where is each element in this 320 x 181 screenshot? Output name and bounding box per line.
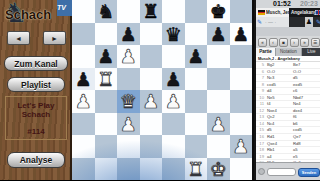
panel-tabs: PartieNotationLive bbox=[256, 48, 320, 56]
white-move[interactable]: O-O bbox=[265, 69, 291, 75]
series-box: Let's Play Schach #114 bbox=[5, 96, 67, 140]
square-d7[interactable] bbox=[140, 23, 163, 46]
white-pawn-d4[interactable]: ♟ bbox=[140, 90, 163, 113]
white-move[interactable]: Ne5 bbox=[265, 95, 291, 101]
white-move[interactable]: Bg2 bbox=[265, 62, 291, 68]
move-number: 6 bbox=[256, 69, 265, 75]
chat-input[interactable] bbox=[267, 168, 296, 176]
black-pawn-icon: ♟ bbox=[305, 17, 313, 27]
move-number: 9 bbox=[256, 88, 265, 94]
black-pawn-e5[interactable]: ♟ bbox=[162, 68, 185, 91]
square-f3[interactable] bbox=[185, 113, 208, 136]
black-move[interactable]: d5 bbox=[291, 75, 320, 81]
chess-board[interactable]: ♞♜♚♟♛♟♟♟♟♟♟♜♟♟♛♟♟♟♟♟♜♚ bbox=[72, 0, 252, 180]
white-pawn-g3[interactable]: ♟ bbox=[207, 113, 230, 136]
square-d3[interactable] bbox=[140, 113, 163, 136]
square-b3[interactable] bbox=[95, 113, 118, 136]
square-c8[interactable] bbox=[117, 0, 140, 23]
square-h1[interactable] bbox=[230, 158, 253, 181]
square-f8[interactable] bbox=[185, 0, 208, 23]
square-f7[interactable] bbox=[185, 23, 208, 46]
move-number: 12 bbox=[256, 108, 265, 114]
black-move[interactable]: Nbd7 bbox=[291, 95, 320, 101]
black-pawn-f6[interactable]: ♟ bbox=[185, 45, 208, 68]
white-move[interactable]: Nc3 bbox=[265, 75, 291, 81]
white-pawn-c3[interactable]: ♟ bbox=[117, 113, 140, 136]
square-h3[interactable] bbox=[230, 113, 253, 136]
black-player-name: Angelakany bbox=[291, 10, 316, 15]
square-b2[interactable] bbox=[95, 135, 118, 158]
square-d6[interactable] bbox=[140, 45, 163, 68]
square-f2[interactable] bbox=[185, 135, 208, 158]
tab-partie[interactable]: Partie bbox=[256, 48, 276, 56]
square-f4[interactable] bbox=[185, 90, 208, 113]
move-number: 8 bbox=[256, 82, 265, 88]
sidebar: ♞ Schach TV ◄ ► Zum Kanal Playlist Let's… bbox=[0, 0, 72, 180]
black-pawn-b6[interactable]: ♟ bbox=[95, 45, 118, 68]
toolbar-button-2[interactable]: ■ bbox=[279, 38, 288, 47]
black-knight-b8[interactable]: ♞ bbox=[95, 0, 118, 23]
black-player-plate: Angelakany bbox=[289, 8, 320, 17]
square-e3[interactable] bbox=[162, 113, 185, 136]
square-c1[interactable] bbox=[117, 158, 140, 181]
black-move[interactable]: Qe7 bbox=[291, 134, 320, 140]
series-line2: Schach bbox=[6, 110, 66, 119]
black-move[interactable]: Rd8 bbox=[291, 141, 320, 147]
square-d5[interactable] bbox=[140, 68, 163, 91]
black-rook-d8[interactable]: ♜ bbox=[140, 0, 163, 23]
black-pawn-h7[interactable]: ♟ bbox=[230, 23, 253, 46]
series-line1: Let's Play bbox=[6, 101, 66, 110]
black-move[interactable]: c6 bbox=[291, 88, 320, 94]
white-clock: 01:52 bbox=[273, 0, 291, 8]
square-a1[interactable] bbox=[72, 158, 95, 181]
white-move[interactable]: Nxe4 bbox=[265, 108, 291, 114]
square-g2[interactable] bbox=[207, 135, 230, 158]
zum-kanal-button[interactable]: Zum Kanal bbox=[4, 56, 68, 71]
emoticon-icon[interactable] bbox=[258, 168, 265, 175]
white-pawn-h2[interactable]: ♟ bbox=[230, 135, 253, 158]
square-a8[interactable] bbox=[72, 0, 95, 23]
move-number: 15 bbox=[256, 127, 265, 133]
white-pawn-a4[interactable]: ♟ bbox=[72, 90, 95, 113]
move-list[interactable]: 5Bg2Be76O-OO-O7Nc3d58cxd5exd59d4c610Ne5N… bbox=[256, 62, 320, 162]
square-h5[interactable] bbox=[230, 68, 253, 91]
square-f5[interactable] bbox=[185, 68, 208, 91]
white-move[interactable]: f4 bbox=[265, 101, 291, 107]
white-move[interactable]: Nc4 bbox=[265, 121, 291, 127]
black-move[interactable]: O-O bbox=[291, 69, 320, 75]
toolbar-button-4[interactable]: » bbox=[300, 38, 309, 47]
square-h4[interactable] bbox=[230, 90, 253, 113]
black-move[interactable]: cxd5 bbox=[291, 127, 320, 133]
square-e8[interactable] bbox=[162, 0, 185, 23]
black-move[interactable]: f6 bbox=[291, 114, 320, 120]
square-e1[interactable] bbox=[162, 158, 185, 181]
white-move[interactable]: d4 bbox=[265, 88, 291, 94]
move-number: 19 bbox=[256, 154, 265, 160]
toolbar-button-0[interactable]: « bbox=[258, 38, 267, 47]
white-move[interactable]: Qxe4 bbox=[265, 141, 291, 147]
square-d2[interactable] bbox=[140, 135, 163, 158]
square-g4[interactable] bbox=[207, 90, 230, 113]
square-c5[interactable] bbox=[117, 68, 140, 91]
square-e2[interactable] bbox=[162, 135, 185, 158]
move-number: 11 bbox=[256, 101, 265, 107]
white-king-g1[interactable]: ♚ bbox=[207, 158, 230, 181]
episode-number: #114 bbox=[6, 127, 66, 136]
move-number: 17 bbox=[256, 141, 265, 147]
move-number: 7 bbox=[256, 75, 265, 81]
germany-flag-icon bbox=[258, 10, 265, 15]
chat-bar: Senden bbox=[256, 162, 320, 180]
edit-black-icon[interactable]: ✎ bbox=[316, 17, 320, 27]
black-move[interactable]: b6 bbox=[291, 121, 320, 127]
black-move[interactable]: e5 bbox=[291, 154, 320, 160]
black-clock: 20:23 bbox=[300, 0, 318, 8]
white-rook-f1[interactable]: ♜ bbox=[185, 158, 208, 181]
square-b7[interactable] bbox=[95, 23, 118, 46]
clock-strip: 01:52 20:23 bbox=[256, 0, 320, 8]
square-a6[interactable] bbox=[72, 45, 95, 68]
white-info-text: · — · bbox=[265, 17, 276, 27]
square-g6[interactable] bbox=[207, 45, 230, 68]
move-number: 13 bbox=[256, 114, 265, 120]
white-move[interactable]: Qc2 bbox=[265, 114, 291, 120]
toolbar-button-3[interactable]: › bbox=[290, 38, 299, 47]
square-a2[interactable] bbox=[72, 135, 95, 158]
edit-white-icon[interactable]: ✎ bbox=[257, 17, 262, 27]
square-c2[interactable] bbox=[117, 135, 140, 158]
square-h8[interactable] bbox=[230, 0, 253, 23]
square-b1[interactable] bbox=[95, 158, 118, 181]
black-move[interactable]: Ne4 bbox=[291, 101, 320, 107]
toolbar-button-1[interactable]: ‹ bbox=[269, 38, 278, 47]
square-g5[interactable] bbox=[207, 68, 230, 91]
black-pawn-a5[interactable]: ♟ bbox=[72, 68, 95, 91]
square-a7[interactable] bbox=[72, 23, 95, 46]
next-button[interactable]: ► bbox=[43, 31, 66, 45]
square-b4[interactable] bbox=[95, 90, 118, 113]
white-move[interactable]: Rb1 bbox=[265, 147, 291, 153]
prev-button[interactable]: ◄ bbox=[7, 31, 30, 45]
square-d1[interactable] bbox=[140, 158, 163, 181]
logo-text: Schach bbox=[5, 7, 51, 22]
tab-live[interactable]: Live bbox=[302, 48, 320, 56]
black-move[interactable]: exd5 bbox=[291, 82, 320, 88]
black-info-row: ♟ ✎ bbox=[289, 17, 320, 27]
analyse-button[interactable]: Analyse bbox=[7, 152, 65, 168]
white-move[interactable]: d5 bbox=[265, 127, 291, 133]
black-king-g8[interactable]: ♚ bbox=[207, 0, 230, 23]
move-number: 18 bbox=[256, 147, 265, 153]
black-pawn-c7[interactable]: ♟ bbox=[117, 23, 140, 46]
white-move[interactable]: Rd1 bbox=[265, 134, 291, 140]
black-queen-e7[interactable]: ♛ bbox=[162, 23, 185, 46]
app-window: ♞ Schach TV ◄ ► Zum Kanal Playlist Let's… bbox=[0, 0, 320, 180]
white-rook-b5[interactable]: ♜ bbox=[95, 68, 118, 91]
white-pawn-e4[interactable]: ♟ bbox=[162, 90, 185, 113]
toolbar-button-5[interactable]: ☰ bbox=[311, 38, 320, 47]
move-number: 16 bbox=[256, 134, 265, 140]
send-button[interactable]: Senden bbox=[298, 168, 320, 177]
square-h6[interactable] bbox=[230, 45, 253, 68]
move-number: 5 bbox=[256, 62, 265, 68]
logo-tv-label: TV bbox=[57, 4, 66, 11]
white-move[interactable]: cxd5 bbox=[265, 82, 291, 88]
black-move[interactable]: Be7 bbox=[291, 62, 320, 68]
black-pawn-g7[interactable]: ♟ bbox=[207, 23, 230, 46]
playlist-button[interactable]: Playlist bbox=[7, 77, 65, 92]
square-e6[interactable] bbox=[162, 45, 185, 68]
white-player-plate: Musch, Jens bbox=[256, 8, 289, 17]
white-info-row: ✎ · — · bbox=[256, 17, 289, 27]
black-move[interactable]: a5 bbox=[291, 147, 320, 153]
black-move[interactable]: dxe4 bbox=[291, 108, 320, 114]
square-a3[interactable] bbox=[72, 113, 95, 136]
game-panel: 01:52 20:23 Musch, Jens Angelakany ✎ · —… bbox=[254, 0, 320, 180]
panel-toolbar: «‹■›»☰ bbox=[256, 36, 320, 48]
move-number: 14 bbox=[256, 121, 265, 127]
black-player-flag-icon bbox=[315, 10, 320, 15]
white-pawn-c6[interactable]: ♟ bbox=[117, 45, 140, 68]
move-number: 10 bbox=[256, 95, 265, 101]
tab-notation[interactable]: Notation bbox=[276, 48, 302, 56]
white-queen-c4[interactable]: ♛ bbox=[117, 90, 140, 113]
white-move[interactable]: a4 bbox=[265, 154, 291, 160]
